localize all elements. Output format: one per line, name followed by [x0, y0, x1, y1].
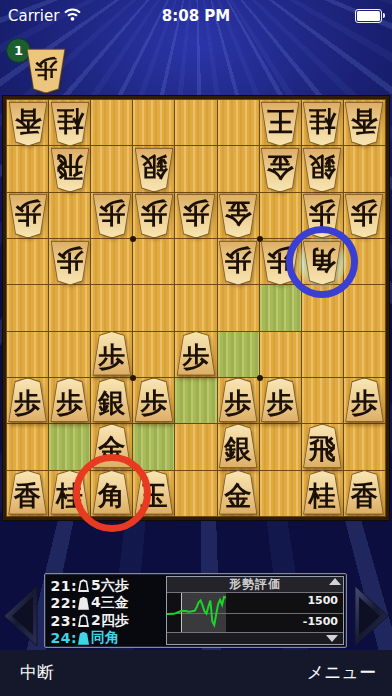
piece-歩-gote[interactable]: 歩 — [133, 194, 174, 239]
piece-歩-gote[interactable]: 歩 — [218, 240, 259, 285]
piece-kanji: 歩 — [49, 384, 90, 420]
battery-full-icon — [355, 9, 382, 23]
board-square-1-4[interactable] — [344, 239, 386, 285]
piece-歩-gote[interactable]: 歩 — [175, 194, 216, 239]
piece-角-gote[interactable]: 角 — [302, 240, 343, 285]
piece-kanji: 香 — [7, 103, 48, 139]
piece-kanji: 歩 — [49, 242, 90, 278]
piece-桂-sente[interactable]: 桂 — [49, 470, 90, 515]
board-square-2-9[interactable]: 桂 — [302, 471, 344, 517]
piece-kanji: 歩 — [218, 242, 259, 278]
piece-kanji: 金 — [260, 149, 301, 185]
board-square-6-2[interactable]: 銀 — [133, 146, 175, 192]
piece-桂-gote[interactable]: 桂 — [49, 101, 90, 146]
piece-銀-gote[interactable]: 銀 — [133, 147, 174, 192]
piece-歩-sente[interactable]: 歩 — [218, 377, 259, 422]
board-square-5-4[interactable] — [175, 239, 217, 285]
player-pentagon-icon — [78, 614, 89, 627]
piece-kanji: 歩 — [7, 384, 48, 420]
board-square-8-5[interactable] — [49, 285, 91, 331]
piece-歩-gote[interactable]: 歩 — [302, 194, 343, 239]
piece-kanji: 歩 — [302, 196, 343, 232]
board-square-4-3[interactable]: 金 — [218, 193, 260, 239]
scroll-down-icon[interactable] — [326, 635, 338, 642]
board-square-9-5[interactable] — [7, 285, 49, 331]
next-move-arrow[interactable] — [353, 585, 389, 647]
piece-kanji: 歩 — [344, 384, 385, 420]
board-square-7-5[interactable] — [91, 285, 133, 331]
board-square-5-5[interactable] — [175, 285, 217, 331]
player-pentagon-icon — [78, 579, 89, 592]
piece-kanji: 玉 — [133, 477, 174, 513]
board-square-4-1[interactable] — [218, 100, 260, 146]
eval-graph-footer — [167, 632, 343, 644]
board-square-2-2[interactable]: 銀 — [302, 146, 344, 192]
piece-kanji: 歩 — [7, 196, 48, 232]
piece-桂-gote[interactable]: 桂 — [302, 101, 343, 146]
piece-金-sente[interactable]: 金 — [218, 470, 259, 515]
piece-王-gote[interactable]: 王 — [260, 101, 301, 146]
piece-歩-gote[interactable]: 歩 — [49, 240, 90, 285]
board-square-6-3[interactable]: 歩 — [133, 193, 175, 239]
piece-kanji: 桂 — [302, 477, 343, 513]
board-square-1-3[interactable]: 歩 — [344, 193, 386, 239]
board-square-8-1[interactable]: 桂 — [49, 100, 91, 146]
board-square-7-6[interactable]: 歩 — [91, 332, 133, 378]
board-square-5-7[interactable] — [175, 378, 217, 424]
scroll-up-icon[interactable] — [329, 578, 341, 585]
piece-kanji: 桂 — [302, 103, 343, 139]
piece-歩-sente[interactable]: 歩 — [7, 377, 48, 422]
board-square-7-1[interactable] — [91, 100, 133, 146]
piece-kanji: 飛 — [302, 431, 343, 467]
move-number: 22: — [47, 595, 77, 611]
board-square-2-4[interactable]: 角 — [302, 239, 344, 285]
board-square-1-1[interactable]: 香 — [344, 100, 386, 146]
bottom-panel: 21:5六歩22:4三金23:2四歩24:同角 形勢評価 1500 -1500 — [0, 572, 392, 649]
board-square-7-8[interactable]: 金 — [91, 424, 133, 470]
piece-金-gote[interactable]: 金 — [218, 194, 259, 239]
board-square-7-2[interactable] — [91, 146, 133, 192]
piece-歩-sente[interactable]: 歩 — [91, 331, 132, 376]
piece-kanji: 銀 — [218, 431, 259, 467]
board-square-8-6[interactable] — [49, 332, 91, 378]
piece-kanji: 歩 — [218, 384, 259, 420]
board-square-3-7[interactable]: 歩 — [260, 378, 302, 424]
piece-飛-sente[interactable]: 飛 — [302, 424, 343, 469]
hand-piece-kanji: 歩 — [26, 53, 67, 84]
piece-kanji: 金 — [91, 431, 132, 467]
piece-金-gote[interactable]: 金 — [260, 147, 301, 192]
board-square-4-6[interactable] — [218, 332, 260, 378]
board-square-6-9[interactable]: 玉 — [133, 471, 175, 517]
board-square-2-8[interactable]: 飛 — [302, 424, 344, 470]
board-square-2-7[interactable] — [302, 378, 344, 424]
board-square-9-4[interactable] — [7, 239, 49, 285]
board-square-3-8[interactable] — [260, 424, 302, 470]
board-square-6-5[interactable] — [133, 285, 175, 331]
piece-kanji: 歩 — [133, 384, 174, 420]
board-square-4-9[interactable]: 金 — [218, 471, 260, 517]
board-square-9-8[interactable] — [7, 424, 49, 470]
piece-香-gote[interactable]: 香 — [7, 101, 48, 146]
board-square-1-9[interactable]: 香 — [344, 471, 386, 517]
board-square-4-7[interactable]: 歩 — [218, 378, 260, 424]
piece-銀-gote[interactable]: 銀 — [302, 147, 343, 192]
board-square-3-9[interactable] — [260, 471, 302, 517]
piece-香-sente[interactable]: 香 — [344, 470, 385, 515]
status-bar: Carrier 8:08 PM — [0, 0, 392, 30]
board-square-1-7[interactable]: 歩 — [344, 378, 386, 424]
piece-香-gote[interactable]: 香 — [344, 101, 385, 146]
piece-kanji: 歩 — [344, 196, 385, 232]
piece-金-sente[interactable]: 金 — [91, 424, 132, 469]
piece-歩-sente[interactable]: 歩 — [175, 331, 216, 376]
move-text: 5六歩 — [91, 577, 129, 595]
piece-飛-gote[interactable]: 飛 — [49, 147, 90, 192]
board-square-8-8[interactable] — [49, 424, 91, 470]
board-square-5-6[interactable]: 歩 — [175, 332, 217, 378]
piece-歩-gote[interactable]: 歩 — [91, 194, 132, 239]
board-square-2-3[interactable]: 歩 — [302, 193, 344, 239]
piece-kanji: 角 — [302, 242, 343, 278]
piece-玉-sente[interactable]: 玉 — [133, 470, 174, 515]
piece-歩-gote[interactable]: 歩 — [344, 194, 385, 239]
board-square-2-1[interactable]: 桂 — [302, 100, 344, 146]
piece-kanji: 歩 — [133, 196, 174, 232]
move-text: 2四歩 — [91, 612, 129, 630]
board-square-6-1[interactable] — [133, 100, 175, 146]
piece-香-sente[interactable]: 香 — [7, 470, 48, 515]
board-square-9-9[interactable]: 香 — [7, 471, 49, 517]
piece-歩-sente[interactable]: 歩 — [344, 377, 385, 422]
board-square-9-2[interactable] — [7, 146, 49, 192]
board-square-2-5[interactable] — [302, 285, 344, 331]
board-square-1-5[interactable] — [344, 285, 386, 331]
board-square-8-3[interactable] — [49, 193, 91, 239]
board-square-6-8[interactable] — [133, 424, 175, 470]
move-number: 24: — [47, 630, 77, 646]
board-square-7-7[interactable]: 銀 — [91, 378, 133, 424]
board-square-6-4[interactable] — [133, 239, 175, 285]
piece-kanji: 桂 — [49, 103, 90, 139]
board-square-5-9[interactable] — [175, 471, 217, 517]
board-square-5-1[interactable] — [175, 100, 217, 146]
board-square-6-7[interactable]: 歩 — [133, 378, 175, 424]
board-square-3-6[interactable] — [260, 332, 302, 378]
board-square-7-4[interactable] — [91, 239, 133, 285]
piece-銀-sente[interactable]: 銀 — [91, 377, 132, 422]
board-square-4-2[interactable] — [218, 146, 260, 192]
board-square-7-3[interactable]: 歩 — [91, 193, 133, 239]
menu-button[interactable]: メニュー — [307, 650, 376, 696]
player-pentagon-icon — [78, 597, 89, 610]
move-row-22[interactable]: 22:4三金 — [47, 595, 164, 613]
piece-歩-sente[interactable]: 歩 — [49, 377, 90, 422]
board-square-3-1[interactable]: 王 — [260, 100, 302, 146]
piece-kanji: 歩 — [91, 196, 132, 232]
move-text: 同角 — [91, 629, 119, 647]
board-square-1-6[interactable] — [344, 332, 386, 378]
eval-max-label: 1500 — [307, 594, 338, 607]
board-square-9-1[interactable]: 香 — [7, 100, 49, 146]
piece-kanji: 歩 — [260, 384, 301, 420]
move-row-24[interactable]: 24:同角 — [47, 630, 164, 648]
move-eval-box: 21:5六歩22:4三金23:2四歩24:同角 形勢評価 1500 -1500 — [44, 573, 347, 648]
move-text: 4三金 — [91, 594, 129, 612]
toolbar: 中断 メニュー — [0, 650, 392, 696]
piece-kanji: 角 — [91, 477, 132, 513]
piece-kanji: 飛 — [49, 149, 90, 185]
piece-kanji: 王 — [260, 103, 301, 139]
move-row-23[interactable]: 23:2四歩 — [47, 612, 164, 630]
piece-kanji: 歩 — [175, 338, 216, 374]
prev-move-arrow[interactable] — [3, 585, 39, 647]
piece-kanji: 銀 — [133, 149, 174, 185]
shogi-board: 香桂王桂香飛銀金銀歩歩歩歩金歩歩歩歩歩角歩歩歩歩銀歩歩歩歩金銀飛香桂角玉金桂香 — [2, 95, 390, 521]
piece-kanji: 歩 — [260, 242, 301, 278]
board-square-8-2[interactable]: 飛 — [49, 146, 91, 192]
board-square-9-6[interactable] — [7, 332, 49, 378]
eval-min-label: -1500 — [303, 615, 338, 628]
piece-kanji: 桂 — [49, 477, 90, 513]
eval-graph-title: 形勢評価 — [167, 577, 343, 593]
board-square-9-7[interactable]: 歩 — [7, 378, 49, 424]
board-square-3-2[interactable]: 金 — [260, 146, 302, 192]
piece-kanji: 金 — [218, 477, 259, 513]
board-square-1-2[interactable] — [344, 146, 386, 192]
move-row-21[interactable]: 21:5六歩 — [47, 577, 164, 595]
board-square-8-9[interactable]: 桂 — [49, 471, 91, 517]
piece-角-sente[interactable]: 角 — [91, 470, 132, 515]
piece-歩-sente[interactable]: 歩 — [133, 377, 174, 422]
piece-歩-gote[interactable]: 歩 — [7, 194, 48, 239]
gote-hand-tray[interactable]: 歩 1 — [16, 44, 76, 96]
piece-歩-sente[interactable]: 歩 — [260, 377, 301, 422]
piece-kanji: 香 — [7, 477, 48, 513]
piece-kanji: 香 — [344, 477, 385, 513]
board-square-3-3[interactable] — [260, 193, 302, 239]
shogi-app: Carrier 8:08 PM 歩 1 香桂王桂香飛銀金銀歩歩歩歩金歩歩歩歩歩角… — [0, 0, 392, 696]
board-square-4-5[interactable] — [218, 285, 260, 331]
board-square-8-7[interactable]: 歩 — [49, 378, 91, 424]
eval-graph-panel: 形勢評価 1500 -1500 — [166, 576, 344, 645]
board-grid: 香桂王桂香飛銀金銀歩歩歩歩金歩歩歩歩歩角歩歩歩歩銀歩歩歩歩金銀飛香桂角玉金桂香 — [6, 99, 386, 517]
board-square-3-5[interactable] — [260, 285, 302, 331]
piece-kanji: 歩 — [175, 196, 216, 232]
piece-桂-sente[interactable]: 桂 — [302, 470, 343, 515]
board-square-2-6[interactable] — [302, 332, 344, 378]
move-number: 21: — [47, 578, 77, 594]
hand-piece-pawn[interactable]: 歩 — [26, 48, 67, 93]
piece-銀-sente[interactable]: 銀 — [218, 424, 259, 469]
board-square-5-8[interactable] — [175, 424, 217, 470]
piece-kanji: 銀 — [91, 384, 132, 420]
board-square-6-6[interactable] — [133, 332, 175, 378]
board-square-4-4[interactable]: 歩 — [218, 239, 260, 285]
board-square-5-2[interactable] — [175, 146, 217, 192]
piece-kanji: 歩 — [91, 338, 132, 374]
piece-kanji: 金 — [218, 196, 259, 232]
interrupt-button[interactable]: 中断 — [20, 650, 54, 696]
player-pentagon-icon — [78, 632, 89, 645]
board-square-5-3[interactable]: 歩 — [175, 193, 217, 239]
piece-歩-gote[interactable]: 歩 — [260, 240, 301, 285]
board-square-3-4[interactable]: 歩 — [260, 239, 302, 285]
clock: 8:08 PM — [0, 7, 392, 25]
piece-kanji: 香 — [344, 103, 385, 139]
board-square-8-4[interactable]: 歩 — [49, 239, 91, 285]
move-list[interactable]: 21:5六歩22:4三金23:2四歩24:同角 — [45, 574, 164, 647]
move-number: 23: — [47, 613, 77, 629]
board-square-9-3[interactable]: 歩 — [7, 193, 49, 239]
board-square-1-8[interactable] — [344, 424, 386, 470]
eval-graph-plot: 1500 -1500 — [167, 593, 343, 632]
piece-kanji: 銀 — [302, 149, 343, 185]
board-square-7-9[interactable]: 角 — [91, 471, 133, 517]
board-square-4-8[interactable]: 銀 — [218, 424, 260, 470]
